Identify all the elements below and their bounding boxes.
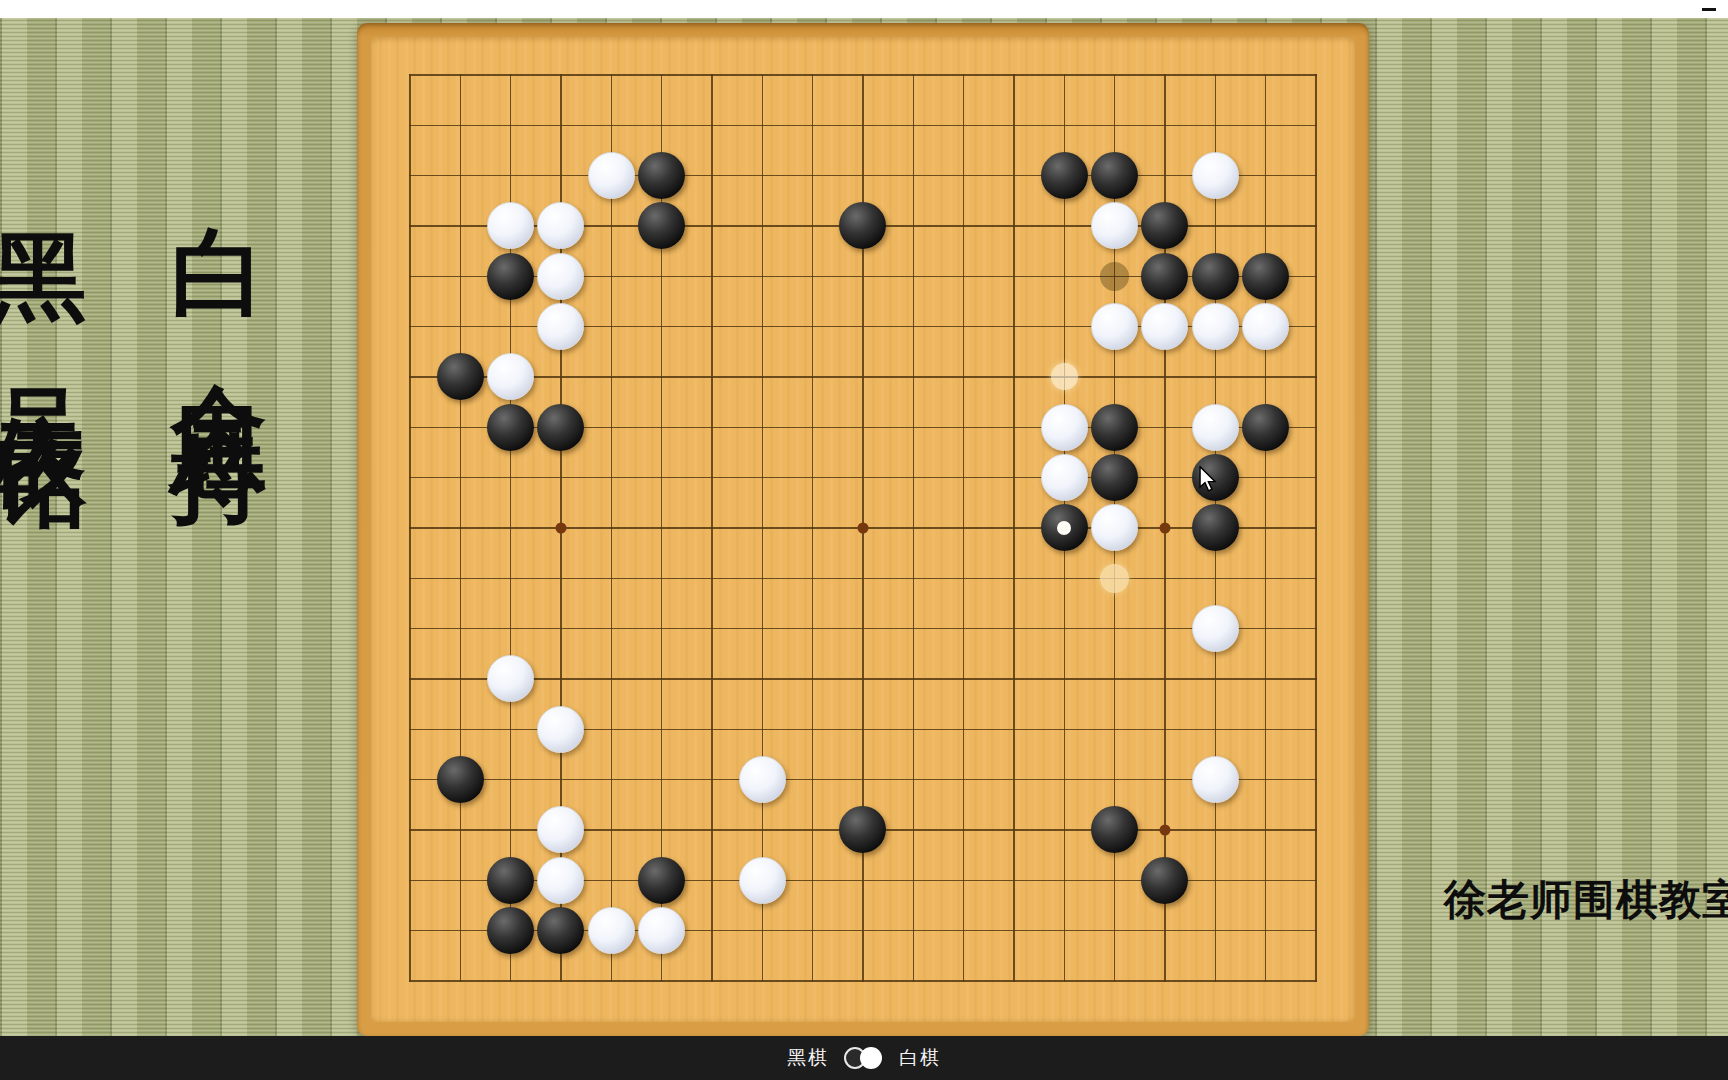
black-stone: [839, 202, 886, 249]
white-stone: [537, 303, 584, 350]
black-stone: [1091, 454, 1138, 501]
black-stone: [1192, 504, 1239, 551]
black-toggle-label: 黑棋: [787, 1045, 829, 1071]
white-stone: [537, 706, 584, 753]
black-stone: [487, 404, 534, 451]
black-stone: [638, 202, 685, 249]
black-stone: [537, 907, 584, 954]
white-stone: [537, 857, 584, 904]
black-stone: [839, 806, 886, 853]
white-stone-icon: [860, 1047, 882, 1069]
white-stone: [1192, 152, 1239, 199]
bottom-toolbar: 黑棋 白棋: [0, 1036, 1728, 1080]
go-board[interactable]: [357, 23, 1369, 1036]
white-stone: [1192, 404, 1239, 451]
white-stone: [1242, 303, 1289, 350]
black-stone: [487, 907, 534, 954]
ghost-stone: [1051, 363, 1078, 390]
ghost-stone: [1100, 564, 1129, 593]
black-stone: [1041, 152, 1088, 199]
page-root: { "game": "go", "window": { "minimize": …: [0, 0, 1728, 1080]
white-stone: [1192, 756, 1239, 803]
white-stone: [588, 907, 635, 954]
white-stone: [537, 253, 584, 300]
last-move-marker: [1057, 521, 1071, 535]
classroom-watermark: 徐老师围棋教室: [1444, 872, 1728, 928]
white-stone: [1041, 404, 1088, 451]
board-grid[interactable]: [385, 50, 1341, 1006]
black-stone: [638, 857, 685, 904]
black-stone: [437, 756, 484, 803]
ghost-stone: [1100, 262, 1129, 291]
white-stone: [588, 152, 635, 199]
mouse-cursor-icon: [1199, 466, 1218, 492]
black-player-label: 黑 吴依铭: [0, 158, 88, 385]
white-toggle-label: 白棋: [899, 1045, 941, 1071]
black-stone: [437, 353, 484, 400]
black-stone: [1091, 152, 1138, 199]
black-stone: [1141, 253, 1188, 300]
stone-color-toggle[interactable]: [844, 1046, 884, 1070]
black-stone: [487, 857, 534, 904]
white-stone: [739, 857, 786, 904]
minimize-icon[interactable]: [1702, 8, 1716, 11]
black-stone: [1242, 253, 1289, 300]
white-stone: [1091, 202, 1138, 249]
white-stone: [1192, 303, 1239, 350]
black-stone: [1141, 857, 1188, 904]
black-stone: [1091, 404, 1138, 451]
black-stone: [1242, 404, 1289, 451]
white-stone: [487, 202, 534, 249]
black-stone: [1041, 504, 1088, 551]
black-stone: [1091, 806, 1138, 853]
white-player-label: 白 金恩持: [172, 150, 268, 377]
white-stone: [739, 756, 786, 803]
window-titlebar: [0, 0, 1728, 18]
black-stone: [1141, 202, 1188, 249]
black-stone: [487, 253, 534, 300]
white-stone: [1192, 605, 1239, 652]
black-stone: [1192, 253, 1239, 300]
white-stone: [537, 806, 584, 853]
black-stone: [537, 404, 584, 451]
white-stone: [638, 907, 685, 954]
white-stone: [1041, 454, 1088, 501]
white-stone: [1091, 504, 1138, 551]
black-stone: [638, 152, 685, 199]
white-stone: [1091, 303, 1138, 350]
white-stone: [1141, 303, 1188, 350]
white-stone: [487, 353, 534, 400]
white-stone: [537, 202, 584, 249]
white-stone: [487, 655, 534, 702]
